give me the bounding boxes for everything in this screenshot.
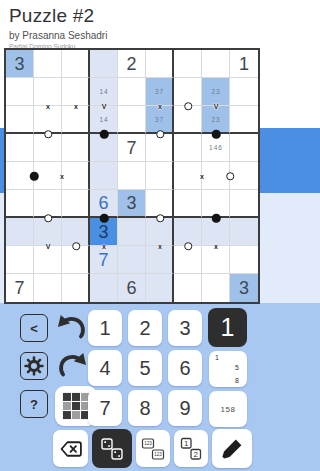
digit-label: 2: [139, 317, 150, 340]
cell-r5c8[interactable]: [202, 162, 230, 190]
mode-pair-text-1: 1: [184, 439, 189, 448]
delete-button[interactable]: [53, 430, 88, 467]
pencil-marks: 146: [209, 144, 223, 151]
pencil-marks: 14: [99, 88, 108, 95]
cell-r6c1[interactable]: [6, 190, 34, 218]
sudoku-board[interactable]: 32114372314372371466337763 xxVxVVxxxxx: [4, 48, 260, 304]
question-mark-icon: ?: [30, 397, 38, 412]
cell-r1c8[interactable]: [202, 50, 230, 78]
cell-r9c9[interactable]: 3: [230, 274, 258, 302]
given-digit: 3: [14, 55, 24, 73]
digit-label: 4: [99, 357, 110, 380]
cell-r6c2[interactable]: [34, 190, 62, 218]
cell-r6c7[interactable]: [174, 190, 202, 218]
digit-button-8[interactable]: 8: [128, 390, 162, 426]
3x3-grid-icon: [62, 392, 90, 420]
redo-button[interactable]: [53, 350, 91, 382]
digit-pair-mode-button[interactable]: 1 2: [174, 430, 208, 467]
cell-r1c2[interactable]: [34, 50, 62, 78]
cell-r5c4[interactable]: [90, 162, 118, 190]
page-title: Puzzle #2: [9, 5, 107, 27]
cell-r5c5[interactable]: [118, 162, 146, 190]
digit-label: 5: [139, 357, 150, 380]
digit-button-7[interactable]: 7: [88, 390, 122, 426]
given-digit: 3: [126, 194, 136, 212]
cell-r9c8[interactable]: [202, 274, 230, 302]
puzzle-author: by Prasanna Seshadri: [9, 30, 107, 41]
big-digit-preview-button[interactable]: 1: [208, 308, 247, 347]
cell-r2c6[interactable]: 37: [146, 78, 174, 106]
cell-r4c5[interactable]: 7: [118, 134, 146, 162]
undo-arrow-icon: [55, 313, 89, 343]
digit-button-4[interactable]: 4: [88, 350, 122, 386]
corner-marks-mode-icon: [99, 436, 125, 462]
corner-preview-mr: 5: [235, 364, 239, 371]
given-digit: 7: [14, 279, 24, 297]
corner-marks-preview-button[interactable]: 1 5 8: [209, 351, 247, 387]
center-marks-mode-icon: 123 123: [140, 436, 166, 462]
settings-button[interactable]: [20, 352, 48, 380]
cell-r3c7[interactable]: [174, 106, 202, 134]
digit-button-3[interactable]: 3: [168, 310, 202, 346]
header: Puzzle #2 by Prasanna Seshadri Partial D…: [9, 5, 107, 50]
cell-r2c8[interactable]: 23: [202, 78, 230, 106]
cell-r9c6[interactable]: [146, 274, 174, 302]
back-button[interactable]: <: [20, 314, 48, 342]
cell-r1c3[interactable]: [62, 50, 90, 78]
given-digit: 3: [239, 279, 249, 297]
cell-r7c8[interactable]: [202, 218, 230, 246]
cell-r2c7[interactable]: [174, 78, 202, 106]
mode-center-text-2: 123: [154, 452, 162, 457]
undo-button[interactable]: [53, 312, 91, 344]
corner-preview-br: 8: [235, 377, 239, 384]
gear-icon: [23, 355, 45, 377]
corner-preview-tl: 1: [215, 354, 219, 361]
cell-r7c9[interactable]: [230, 218, 258, 246]
cell-r7c4[interactable]: 3: [90, 218, 118, 246]
given-digit: 6: [126, 279, 136, 297]
cell-r3c5[interactable]: [118, 106, 146, 134]
cell-r4c7[interactable]: [174, 134, 202, 162]
cell-r2c9[interactable]: [230, 78, 258, 106]
pencil-marks: 14: [99, 116, 108, 123]
cell-r5c7[interactable]: [174, 162, 202, 190]
entered-digit: 6: [98, 194, 108, 212]
cell-r2c3[interactable]: [62, 78, 90, 106]
mode-center-text-1: 123: [144, 441, 152, 446]
cell-r4c6[interactable]: [146, 134, 174, 162]
cell-r9c4[interactable]: [90, 274, 118, 302]
cell-r9c3[interactable]: [62, 274, 90, 302]
entered-digit: 7: [98, 251, 108, 269]
cell-r5c1[interactable]: [6, 162, 34, 190]
cell-r8c5[interactable]: [118, 246, 146, 274]
digit-button-6[interactable]: 6: [168, 350, 202, 386]
cell-r6c3[interactable]: [62, 190, 90, 218]
cell-r1c9[interactable]: 1: [230, 50, 258, 78]
cell-r6c9[interactable]: [230, 190, 258, 218]
cell-r4c9[interactable]: [230, 134, 258, 162]
cell-r1c7[interactable]: [174, 50, 202, 78]
cell-r2c5[interactable]: [118, 78, 146, 106]
cell-r2c2[interactable]: [34, 78, 62, 106]
pencil-marks: 37: [155, 88, 164, 95]
given-digit: 1: [239, 55, 249, 73]
cell-r4c3[interactable]: [62, 134, 90, 162]
cell-r8c8[interactable]: [202, 246, 230, 274]
cell-r5c9[interactable]: [230, 162, 258, 190]
cell-r1c5[interactable]: 2: [118, 50, 146, 78]
cell-r3c1[interactable]: [6, 106, 34, 134]
cell-r8c7[interactable]: [174, 246, 202, 274]
digit-button-1[interactable]: 1: [88, 310, 122, 346]
cell-r5c6[interactable]: [146, 162, 174, 190]
number-pad: 123456789: [88, 310, 202, 426]
cell-r8c2[interactable]: [34, 246, 62, 274]
cell-r3c2[interactable]: [34, 106, 62, 134]
chevron-left-icon: <: [30, 321, 38, 336]
cell-r4c8[interactable]: 146: [202, 134, 230, 162]
digit-button-2[interactable]: 2: [128, 310, 162, 346]
digit-button-5[interactable]: 5: [128, 350, 162, 386]
cell-r3c9[interactable]: [230, 106, 258, 134]
center-marks-preview-button[interactable]: 158: [209, 391, 247, 427]
cell-r5c2[interactable]: [34, 162, 62, 190]
cell-r9c7[interactable]: [174, 274, 202, 302]
cell-r1c6[interactable]: [146, 50, 174, 78]
corner-marks-mode-button[interactable]: [92, 429, 132, 468]
cell-r8c4[interactable]: 7: [90, 246, 118, 274]
cell-r7c5[interactable]: [118, 218, 146, 246]
cell-r1c4[interactable]: [90, 50, 118, 78]
pencil-marks: 23: [211, 88, 220, 95]
cell-r8c9[interactable]: [230, 246, 258, 274]
backspace-icon: [59, 440, 83, 458]
cell-r7c1[interactable]: [6, 218, 34, 246]
cell-r4c4[interactable]: [90, 134, 118, 162]
cell-r4c2[interactable]: [34, 134, 62, 162]
board-cells: 32114372314372371466337763: [6, 50, 258, 302]
pencil-marks: 37: [155, 116, 164, 123]
cell-r3c8[interactable]: 23: [202, 106, 230, 134]
digit-label: 3: [179, 317, 190, 340]
cell-r8c6[interactable]: [146, 246, 174, 274]
cell-r7c6[interactable]: [146, 218, 174, 246]
cell-r6c5[interactable]: 3: [118, 190, 146, 218]
cell-r3c4[interactable]: 14: [90, 106, 118, 134]
given-digit: 7: [126, 139, 136, 157]
digit-label: 1: [99, 317, 110, 340]
digit-label: 9: [179, 397, 190, 420]
big-digit-preview: 1: [221, 313, 235, 342]
pen-icon: [220, 437, 244, 461]
help-button[interactable]: ?: [20, 390, 48, 418]
cell-r1c1[interactable]: 3: [6, 50, 34, 78]
pencil-marks: 23: [211, 116, 220, 123]
given-digit: 3: [98, 223, 108, 241]
digit-label: 7: [99, 397, 110, 420]
cell-r6c4[interactable]: 6: [90, 190, 118, 218]
cell-r5c3[interactable]: [62, 162, 90, 190]
cell-r9c1[interactable]: 7: [6, 274, 34, 302]
digit-label: 6: [179, 357, 190, 380]
cell-r2c1[interactable]: [6, 78, 34, 106]
cell-r9c2[interactable]: [34, 274, 62, 302]
digit-pair-mode-icon: 1 2: [178, 436, 204, 462]
cell-r7c2[interactable]: [34, 218, 62, 246]
cell-r3c3[interactable]: [62, 106, 90, 134]
cell-r8c1[interactable]: [6, 246, 34, 274]
redo-arrow-icon: [55, 351, 89, 381]
cell-r7c3[interactable]: [62, 218, 90, 246]
center-marks-preview: 158: [221, 405, 236, 414]
pen-mode-button[interactable]: [212, 429, 252, 468]
mode-pair-text-2: 2: [193, 450, 198, 459]
cell-r4c1[interactable]: [6, 134, 34, 162]
cell-r3c6[interactable]: 37: [146, 106, 174, 134]
cell-r2c4[interactable]: 14: [90, 78, 118, 106]
given-digit: 2: [126, 55, 136, 73]
center-marks-mode-button[interactable]: 123 123: [136, 430, 170, 467]
cell-r8c3[interactable]: [62, 246, 90, 274]
digit-label: 8: [139, 397, 150, 420]
cell-r6c8[interactable]: [202, 190, 230, 218]
cell-r7c7[interactable]: [174, 218, 202, 246]
cell-r6c6[interactable]: [146, 190, 174, 218]
digit-button-9[interactable]: 9: [168, 390, 202, 426]
cell-r9c5[interactable]: 6: [118, 274, 146, 302]
